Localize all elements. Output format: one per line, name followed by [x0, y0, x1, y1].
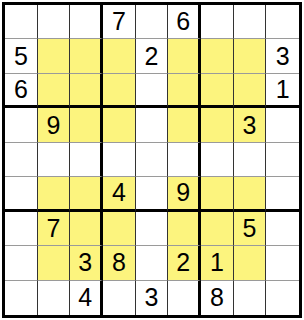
cell-r3c7[interactable]	[201, 74, 234, 108]
cell-r4c6[interactable]	[168, 108, 201, 142]
cell-r5c1[interactable]	[5, 143, 38, 177]
cell-r7c6[interactable]	[168, 212, 201, 246]
cell-r6c5[interactable]	[136, 177, 169, 211]
cell-r3c5[interactable]	[136, 74, 169, 108]
cell-r2c2[interactable]	[38, 39, 71, 73]
cell-r7c3[interactable]	[70, 212, 103, 246]
cell-r5c3[interactable]	[70, 143, 103, 177]
cell-r4c4[interactable]	[103, 108, 136, 142]
cell-r8c8[interactable]	[234, 246, 267, 280]
cell-r2c1[interactable]: 5	[5, 39, 38, 73]
cell-r2c6[interactable]	[168, 39, 201, 73]
cell-r7c4[interactable]	[103, 212, 136, 246]
cell-r3c9[interactable]: 1	[266, 74, 299, 108]
cell-r9c6[interactable]	[168, 281, 201, 315]
cell-r8c6[interactable]: 2	[168, 246, 201, 280]
cell-r4c2[interactable]: 9	[38, 108, 71, 142]
cell-r1c1[interactable]	[5, 5, 38, 39]
cell-r7c8[interactable]: 5	[234, 212, 267, 246]
cell-r5c6[interactable]	[168, 143, 201, 177]
cell-r8c1[interactable]	[5, 246, 38, 280]
cell-r2c4[interactable]	[103, 39, 136, 73]
cell-r5c9[interactable]	[266, 143, 299, 177]
cell-r2c7[interactable]	[201, 39, 234, 73]
cell-r5c5[interactable]	[136, 143, 169, 177]
cell-r9c7[interactable]: 8	[201, 281, 234, 315]
cell-r1c6[interactable]: 6	[168, 5, 201, 39]
cell-r9c3[interactable]: 4	[70, 281, 103, 315]
cell-r1c5[interactable]	[136, 5, 169, 39]
cell-r5c7[interactable]	[201, 143, 234, 177]
cell-r9c4[interactable]	[103, 281, 136, 315]
cell-r2c5[interactable]: 2	[136, 39, 169, 73]
cell-r1c3[interactable]	[70, 5, 103, 39]
cell-r3c8[interactable]	[234, 74, 267, 108]
cell-r9c5[interactable]: 3	[136, 281, 169, 315]
cell-r6c4[interactable]: 4	[103, 177, 136, 211]
cell-r3c2[interactable]	[38, 74, 71, 108]
cell-r2c9[interactable]: 3	[266, 39, 299, 73]
cell-r8c7[interactable]: 1	[201, 246, 234, 280]
cell-r6c3[interactable]	[70, 177, 103, 211]
cell-r4c7[interactable]	[201, 108, 234, 142]
cell-r4c1[interactable]	[5, 108, 38, 142]
cell-r3c6[interactable]	[168, 74, 201, 108]
cell-r1c9[interactable]	[266, 5, 299, 39]
cell-r9c2[interactable]	[38, 281, 71, 315]
cell-r1c4[interactable]: 7	[103, 5, 136, 39]
cell-r2c8[interactable]	[234, 39, 267, 73]
cell-r5c2[interactable]	[38, 143, 71, 177]
cell-r7c2[interactable]: 7	[38, 212, 71, 246]
cell-r1c7[interactable]	[201, 5, 234, 39]
cell-r4c8[interactable]: 3	[234, 108, 267, 142]
sudoku-board: 76523619349753821438	[2, 2, 302, 318]
cell-r9c8[interactable]	[234, 281, 267, 315]
cell-r6c9[interactable]	[266, 177, 299, 211]
cell-r8c5[interactable]	[136, 246, 169, 280]
cell-r4c3[interactable]	[70, 108, 103, 142]
cell-r4c9[interactable]	[266, 108, 299, 142]
cell-r5c4[interactable]	[103, 143, 136, 177]
cell-r7c7[interactable]	[201, 212, 234, 246]
cell-r7c9[interactable]	[266, 212, 299, 246]
cell-r1c2[interactable]	[38, 5, 71, 39]
cell-r3c1[interactable]: 6	[5, 74, 38, 108]
cell-r1c8[interactable]	[234, 5, 267, 39]
cell-r4c5[interactable]	[136, 108, 169, 142]
cell-r2c3[interactable]	[70, 39, 103, 73]
cell-r8c4[interactable]: 8	[103, 246, 136, 280]
cell-r6c6[interactable]: 9	[168, 177, 201, 211]
cell-r7c5[interactable]	[136, 212, 169, 246]
cell-r6c2[interactable]	[38, 177, 71, 211]
cell-r6c7[interactable]	[201, 177, 234, 211]
cell-r8c3[interactable]: 3	[70, 246, 103, 280]
cell-r8c9[interactable]	[266, 246, 299, 280]
cell-r6c8[interactable]	[234, 177, 267, 211]
cell-r3c3[interactable]	[70, 74, 103, 108]
cell-r5c8[interactable]	[234, 143, 267, 177]
cell-r3c4[interactable]	[103, 74, 136, 108]
cell-r8c2[interactable]	[38, 246, 71, 280]
cell-r9c9[interactable]	[266, 281, 299, 315]
cell-r6c1[interactable]	[5, 177, 38, 211]
cell-r7c1[interactable]	[5, 212, 38, 246]
cell-r9c1[interactable]	[5, 281, 38, 315]
